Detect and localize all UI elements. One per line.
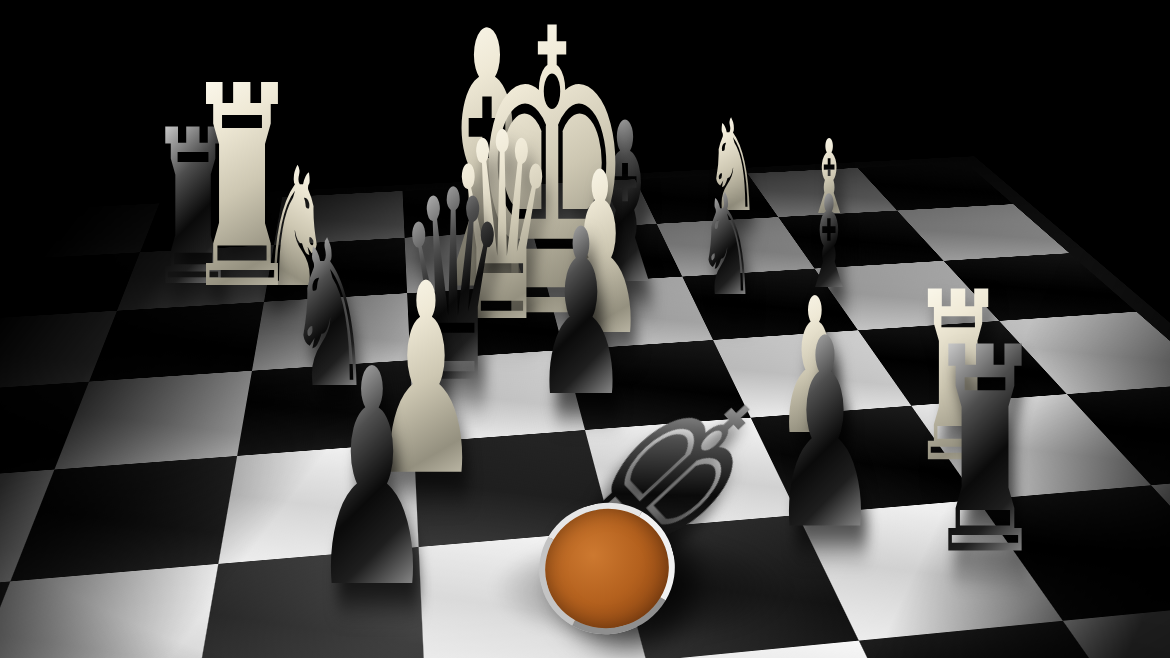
black-pawn[interactable]: ♟ <box>534 198 628 428</box>
black-pawn[interactable]: ♟ <box>771 304 879 566</box>
square-a8[interactable] <box>3 203 160 259</box>
black-knight[interactable]: ♞ <box>698 175 756 315</box>
black-rook[interactable]: ♜ <box>927 311 1044 595</box>
white-rook[interactable]: ♜ <box>185 50 300 328</box>
chess-scene: ♜♞♝♚♛♞♝♜♟♟♟♜♞♛♝♞♝♜♟♟♟♚ <box>0 0 1170 658</box>
black-pawn[interactable]: ♟ <box>311 330 434 628</box>
